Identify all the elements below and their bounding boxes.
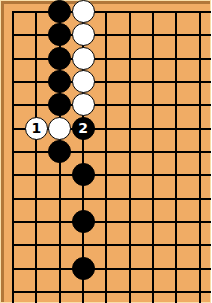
stone-white: [72, 47, 95, 70]
stones-layer: 12: [2, 0, 212, 303]
go-board-diagram: 12: [0, 0, 211, 303]
stone-black: [48, 140, 71, 163]
stone-white: [48, 117, 71, 140]
stone-white: [72, 93, 95, 116]
stone-white: [72, 70, 95, 93]
stone-black: [72, 257, 95, 280]
stone-black-move-2: 2: [72, 117, 95, 140]
stone-black: [48, 23, 71, 46]
move-number: 1: [32, 121, 42, 135]
stone-black: [48, 47, 71, 70]
stone-black: [48, 93, 71, 116]
stone-black: [72, 210, 95, 233]
stone-white: [72, 23, 95, 46]
move-number: 2: [78, 121, 88, 135]
stone-black: [72, 163, 95, 186]
stone-white-move-1: 1: [25, 117, 48, 140]
stone-black: [48, 70, 71, 93]
stone-black: [48, 0, 71, 23]
stone-white: [72, 0, 95, 23]
